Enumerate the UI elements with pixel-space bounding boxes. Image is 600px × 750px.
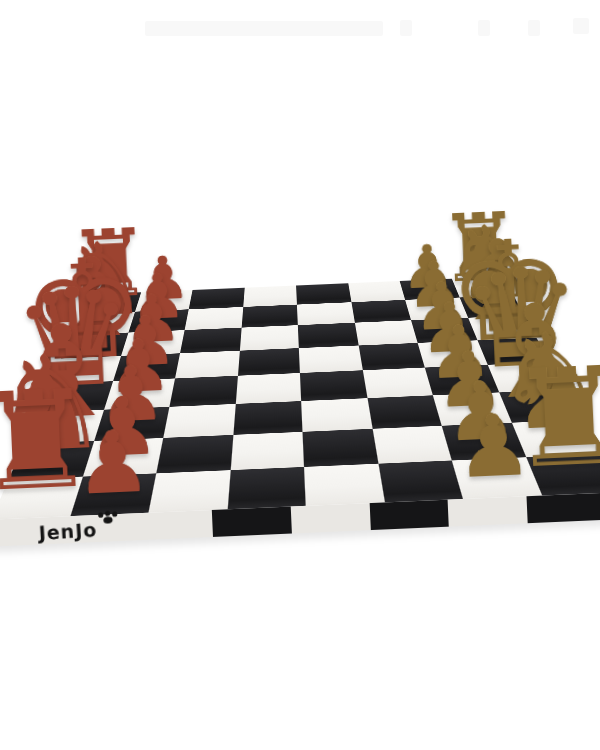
square-r6-c1 — [82, 438, 163, 476]
square-r5-c6 — [433, 392, 512, 426]
square-r0-c3 — [243, 285, 297, 306]
square-r3-c3 — [237, 348, 299, 376]
square-r5-c2 — [163, 404, 235, 438]
square-r5-c3 — [233, 401, 303, 435]
square-r1-c5 — [351, 300, 411, 323]
chess-scene: JenJo ♜♟♟♜♞♟♟♞♝♟♟♝♚♟♟♚♛♟♟♛♝♟♟♝♞♟♟♞♜♟♟♜ — [0, 0, 600, 750]
square-r3-c7 — [477, 338, 550, 365]
square-r4-c4 — [300, 370, 367, 401]
square-r3-c0 — [50, 356, 121, 384]
square-r1-c4 — [297, 302, 355, 325]
square-r3-c2 — [175, 350, 239, 378]
square-r7-c3 — [227, 467, 306, 510]
square-r4-c1 — [104, 378, 175, 409]
square-r1-c7 — [459, 295, 524, 318]
jenjo-brand-text: JenJo — [38, 518, 98, 544]
square-r5-c1 — [94, 407, 170, 441]
square-r1-c0 — [71, 312, 134, 336]
square-r2-c7 — [468, 315, 537, 340]
square-r5-c4 — [301, 398, 372, 432]
square-r3-c6 — [418, 340, 488, 367]
square-r5-c5 — [367, 395, 442, 429]
square-r6-c7 — [511, 420, 599, 457]
square-r1-c6 — [405, 297, 468, 320]
square-r7-c2 — [148, 470, 230, 513]
jenjo-paw-icon — [93, 510, 124, 526]
square-r0-c7 — [451, 276, 513, 297]
square-r5-c0 — [24, 409, 104, 444]
square-r0-c6 — [400, 279, 460, 300]
square-r2-c3 — [239, 325, 298, 350]
square-r4-c7 — [487, 362, 564, 392]
square-r3-c1 — [113, 353, 180, 381]
square-r4-c3 — [235, 373, 301, 404]
square-r6-c0 — [9, 441, 94, 480]
square-r6-c3 — [230, 432, 304, 470]
square-r0-c2 — [189, 288, 245, 309]
square-r7-c4 — [304, 463, 384, 506]
square-r2-c1 — [121, 330, 185, 356]
square-r1-c1 — [128, 309, 189, 332]
square-r2-c5 — [354, 320, 417, 345]
square-r4-c6 — [425, 365, 499, 395]
square-r6-c4 — [302, 429, 377, 467]
chess-board — [0, 276, 600, 519]
chess-set-product-photo: JenJo ♜♟♟♜♞♟♟♞♝♟♟♝♚♟♟♚♛♟♟♛♝♟♟♝♞♟♟♞♜♟♟♜ — [0, 0, 600, 750]
square-r6-c5 — [372, 426, 452, 464]
square-r4-c5 — [362, 368, 432, 398]
square-r2-c2 — [180, 328, 241, 353]
square-r4-c0 — [38, 381, 113, 412]
square-r2-c6 — [411, 318, 477, 343]
square-r0-c1 — [135, 290, 193, 312]
square-r5-c7 — [499, 389, 581, 422]
square-r3-c4 — [299, 345, 363, 373]
square-r2-c0 — [61, 333, 128, 359]
square-r7-c5 — [378, 460, 463, 502]
square-r6-c2 — [156, 435, 233, 473]
square-r1-c3 — [241, 304, 298, 327]
square-r0-c4 — [296, 283, 351, 304]
square-r2-c4 — [298, 323, 358, 348]
square-r3-c5 — [358, 343, 425, 371]
square-r4-c2 — [169, 376, 237, 407]
square-r0-c5 — [348, 281, 405, 302]
square-r1-c2 — [185, 307, 243, 330]
